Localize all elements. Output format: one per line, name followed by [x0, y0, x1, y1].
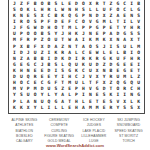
grid-cell[interactable]: M [94, 105, 101, 111]
grid-cell[interactable]: I [45, 105, 52, 111]
grid-cell[interactable]: Y [114, 105, 121, 111]
word-list-column: ICE HOCKEYJUDGESLAKE PLACIDLILLEHAMMERLU… [78, 118, 111, 144]
grid-cell[interactable]: X [25, 105, 32, 111]
grid-cell[interactable]: Y [32, 105, 39, 111]
footer-url-link[interactable]: www.WordSearchAddict.com [0, 144, 150, 148]
word-list-column: CEREMONYCOMPETECURLINGFIGURE SKATINGGOLD… [43, 118, 76, 144]
word-search-grid: JZFBOBSLEDOXRTZGCIBSOKLHRLWNHSLLUFOCLGKN… [8, 0, 145, 114]
word-list: ALPINE SKIINGATHLETESBIATHLONBOBSLEDCALG… [8, 118, 145, 144]
grid-cell[interactable]: K [11, 105, 18, 111]
word-list-column: SKI JUMPINGSNOWBOARDSPEED SKATINGST MORI… [112, 118, 145, 144]
grid-cell[interactable]: X [135, 105, 142, 111]
grid-cell[interactable]: S [128, 105, 135, 111]
grid-cell[interactable]: K [18, 105, 25, 111]
grid-cell[interactable]: L [59, 105, 66, 111]
word-list-column: ALPINE SKIINGATHLETESBIATHLONBOBSLEDCALG… [8, 118, 41, 144]
grid-cell[interactable]: S [121, 105, 128, 111]
grid-cell[interactable]: E [101, 105, 108, 111]
grid-cell[interactable]: L [39, 105, 46, 111]
grid-cell[interactable]: M [87, 105, 94, 111]
grid-cell[interactable]: E [66, 105, 73, 111]
grid-cell[interactable]: A [80, 105, 87, 111]
grid-cell[interactable]: H [73, 105, 80, 111]
grid-cell[interactable]: R [108, 105, 115, 111]
grid-cell[interactable]: L [52, 105, 59, 111]
